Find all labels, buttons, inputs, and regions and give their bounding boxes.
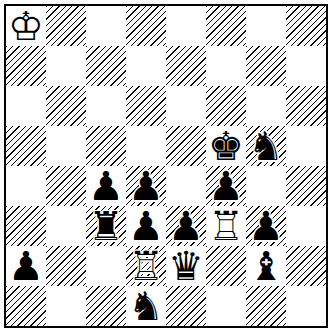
square-g2[interactable]: ♝ <box>246 246 286 286</box>
square-g4[interactable] <box>246 166 286 206</box>
square-d5[interactable] <box>126 126 166 166</box>
square-a1[interactable] <box>6 286 46 326</box>
square-f4[interactable]: ♟ <box>206 166 246 206</box>
square-h5[interactable] <box>286 126 326 166</box>
square-b1[interactable] <box>46 286 86 326</box>
square-c4[interactable]: ♟ <box>86 166 126 206</box>
square-c7[interactable] <box>86 46 126 86</box>
square-h6[interactable] <box>286 86 326 126</box>
square-e6[interactable] <box>166 86 206 126</box>
square-a8[interactable]: ♔ <box>6 6 46 46</box>
square-a5[interactable] <box>6 126 46 166</box>
square-b5[interactable] <box>46 126 86 166</box>
square-g3[interactable]: ♟ <box>246 206 286 246</box>
square-c3[interactable]: ♜ <box>86 206 126 246</box>
square-f5[interactable]: ♚ <box>206 126 246 166</box>
square-h7[interactable] <box>286 46 326 86</box>
square-e1[interactable] <box>166 286 206 326</box>
square-c6[interactable] <box>86 86 126 126</box>
square-b7[interactable] <box>46 46 86 86</box>
square-e5[interactable] <box>166 126 206 166</box>
square-e4[interactable] <box>166 166 206 206</box>
square-b2[interactable] <box>46 246 86 286</box>
black-rook-piece: ♜ <box>88 206 124 246</box>
white-king-piece: ♔ <box>8 6 44 46</box>
square-a4[interactable] <box>6 166 46 206</box>
black-pawn-piece: ♟ <box>128 206 164 246</box>
square-h4[interactable] <box>286 166 326 206</box>
square-g6[interactable] <box>246 86 286 126</box>
square-b3[interactable] <box>46 206 86 246</box>
square-d1[interactable]: ♞ <box>126 286 166 326</box>
square-e8[interactable] <box>166 6 206 46</box>
black-pawn-piece: ♟ <box>88 166 124 206</box>
square-c8[interactable] <box>86 6 126 46</box>
square-d3[interactable]: ♟ <box>126 206 166 246</box>
square-e3[interactable]: ♟ <box>166 206 206 246</box>
black-pawn-piece: ♟ <box>128 166 164 206</box>
square-b8[interactable] <box>46 6 86 46</box>
square-f2[interactable] <box>206 246 246 286</box>
square-h8[interactable] <box>286 6 326 46</box>
black-pawn-piece: ♟ <box>168 206 204 246</box>
black-knight-piece: ♞ <box>248 126 284 166</box>
square-d7[interactable] <box>126 46 166 86</box>
white-rook-piece: ♖ <box>128 246 164 286</box>
square-b6[interactable] <box>46 86 86 126</box>
square-a7[interactable] <box>6 46 46 86</box>
square-d8[interactable] <box>126 6 166 46</box>
black-knight-piece: ♞ <box>128 286 164 326</box>
square-c1[interactable] <box>86 286 126 326</box>
square-g8[interactable] <box>246 6 286 46</box>
square-f1[interactable] <box>206 286 246 326</box>
square-e7[interactable] <box>166 46 206 86</box>
black-pawn-piece: ♟ <box>8 246 44 286</box>
chess-board: ♔♚♞♟♟♟♜♟♟♖♟♟♖♛♝♞ <box>4 4 328 328</box>
square-a3[interactable] <box>6 206 46 246</box>
square-f7[interactable] <box>206 46 246 86</box>
square-f8[interactable] <box>206 6 246 46</box>
square-e2[interactable]: ♛ <box>166 246 206 286</box>
black-bishop-piece: ♝ <box>248 246 284 286</box>
square-g1[interactable] <box>246 286 286 326</box>
square-c2[interactable] <box>86 246 126 286</box>
black-king-piece: ♚ <box>208 126 244 166</box>
square-b4[interactable] <box>46 166 86 206</box>
square-d2[interactable]: ♖ <box>126 246 166 286</box>
square-c5[interactable] <box>86 126 126 166</box>
square-a2[interactable]: ♟ <box>6 246 46 286</box>
square-d6[interactable] <box>126 86 166 126</box>
square-h2[interactable] <box>286 246 326 286</box>
square-h3[interactable] <box>286 206 326 246</box>
black-pawn-piece: ♟ <box>208 166 244 206</box>
square-g7[interactable] <box>246 46 286 86</box>
square-f3[interactable]: ♖ <box>206 206 246 246</box>
square-h1[interactable] <box>286 286 326 326</box>
square-a6[interactable] <box>6 86 46 126</box>
black-queen-piece: ♛ <box>168 246 204 286</box>
square-f6[interactable] <box>206 86 246 126</box>
square-d4[interactable]: ♟ <box>126 166 166 206</box>
black-pawn-piece: ♟ <box>248 206 284 246</box>
chess-diagram: ♔♚♞♟♟♟♜♟♟♖♟♟♖♛♝♞ <box>0 0 332 332</box>
square-g5[interactable]: ♞ <box>246 126 286 166</box>
white-rook-piece: ♖ <box>208 206 244 246</box>
